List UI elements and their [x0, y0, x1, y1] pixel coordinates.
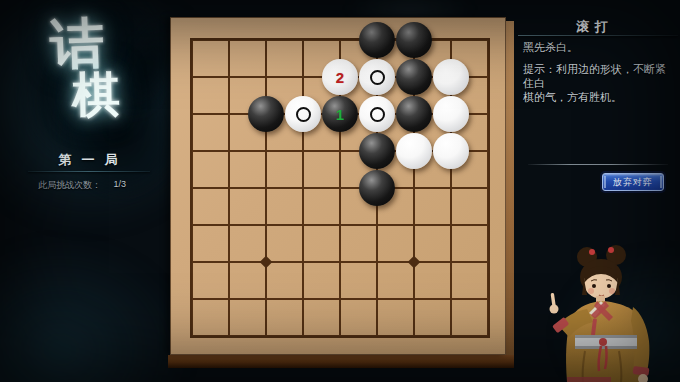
attempts-label: 此局挑战次数：	[38, 179, 101, 192]
move-number-label: 2	[336, 70, 344, 85]
star-point	[260, 256, 273, 269]
panel-divider	[528, 164, 668, 165]
app-root: 诘 棋 第一局 此局挑战次数： 1/3 21 滚打 黑先杀白。 提示：利用边的形…	[0, 0, 680, 382]
hint-line-2: 棋的气，方有胜机。	[523, 90, 675, 104]
hint-line-1: 提示：利用边的形状，不断紧住白	[523, 62, 675, 90]
teal-smoke-bottom-left	[0, 240, 190, 382]
title-divider	[518, 35, 678, 36]
circle-marker	[296, 107, 311, 122]
stone-black	[396, 59, 432, 95]
stone-white	[285, 96, 321, 132]
puzzle-title: 滚打	[518, 18, 666, 36]
stone-black	[359, 22, 395, 58]
circle-marker	[370, 70, 385, 85]
logo-calligraphy-char-2: 棋	[72, 70, 121, 119]
star-point	[408, 256, 421, 269]
stone-white	[359, 59, 395, 95]
logo-calligraphy-char-1: 诘	[49, 15, 105, 71]
board-side-edge-bottom	[168, 355, 514, 368]
round-label: 第一局	[24, 151, 152, 169]
stone-black	[396, 22, 432, 58]
stone-white	[433, 133, 469, 169]
forfeit-button[interactable]: 放弃对弈	[602, 173, 664, 191]
move-number-label: 1	[336, 107, 344, 122]
puzzle-hint: 提示：利用边的形状，不断紧住白 棋的气，方有胜机。	[523, 62, 675, 104]
attempts-row: 此局挑战次数： 1/3	[38, 179, 126, 192]
board-face[interactable]: 21	[170, 17, 506, 355]
stone-white	[359, 96, 395, 132]
board-stones-layer: 21	[171, 18, 505, 354]
board-side-edge-right	[506, 21, 514, 357]
attempts-value: 1/3	[113, 179, 126, 192]
circle-marker	[370, 107, 385, 122]
stone-black	[396, 96, 432, 132]
stone-black	[359, 170, 395, 206]
stone-white	[396, 133, 432, 169]
stone-black	[248, 96, 284, 132]
stone-white: 2	[322, 59, 358, 95]
stone-white	[433, 96, 469, 132]
stone-black: 1	[322, 96, 358, 132]
stone-white	[433, 59, 469, 95]
stone-black	[359, 133, 395, 169]
companion-character	[545, 243, 680, 382]
left-panel-divider	[28, 171, 150, 172]
go-board: 21	[166, 13, 518, 371]
puzzle-objective: 黑先杀白。	[523, 40, 675, 55]
